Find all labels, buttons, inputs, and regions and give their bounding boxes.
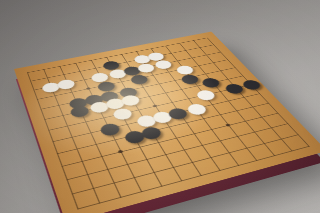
black-stone: ● [161,103,193,122]
white-stone: ● [180,99,212,117]
black-stone: ● [118,125,151,146]
white-stone: ● [146,107,178,126]
star-point [225,123,231,126]
white-stone: ● [52,75,80,91]
white-stone: ● [130,110,162,129]
go-board: ●●●●●●●●●●●●●●●●●●●●●●●●●●●●●●●●●● [14,32,320,213]
stones-layer: ●●●●●●●●●●●●●●●●●●●●●●●●●●●●●●●●●● [27,38,310,210]
black-stone: ● [134,122,167,143]
black-stone: ● [94,118,126,138]
board-surface: ●●●●●●●●●●●●●●●●●●●●●●●●●●●●●●●●●● [14,32,320,213]
star-point [118,150,124,154]
photo-background: ●●●●●●●●●●●●●●●●●●●●●●●●●●●●●●●●●● [0,0,320,213]
white-stone: ● [107,104,138,123]
